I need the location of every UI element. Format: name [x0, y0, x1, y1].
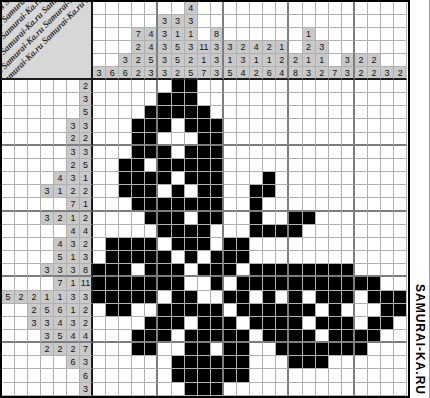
board-cell-empty[interactable] [263, 238, 276, 251]
board-cell-empty[interactable] [198, 291, 211, 304]
board-cell-filled[interactable] [289, 291, 302, 304]
board-cell-empty[interactable] [93, 93, 106, 106]
board-cell-filled[interactable] [172, 80, 185, 93]
board-cell-empty[interactable] [316, 80, 329, 93]
board-cell-empty[interactable] [263, 80, 276, 93]
board-cell-empty[interactable] [381, 80, 394, 93]
board-cell-empty[interactable] [93, 133, 106, 146]
board-cell-empty[interactable] [211, 291, 224, 304]
board-cell-filled[interactable] [132, 343, 145, 356]
board-cell-empty[interactable] [342, 185, 355, 198]
board-cell-filled[interactable] [289, 264, 302, 277]
board-cell-empty[interactable] [276, 172, 289, 185]
board-cell-filled[interactable] [303, 264, 316, 277]
board-cell-empty[interactable] [368, 238, 381, 251]
board-cell-empty[interactable] [185, 212, 198, 225]
board-cell-filled[interactable] [211, 317, 224, 330]
board-cell-empty[interactable] [119, 119, 132, 132]
board-cell-empty[interactable] [342, 383, 355, 396]
board-cell-empty[interactable] [119, 330, 132, 343]
board-cell-empty[interactable] [368, 133, 381, 146]
board-cell-empty[interactable] [394, 264, 407, 277]
board-cell-empty[interactable] [237, 133, 250, 146]
board-cell-filled[interactable] [263, 185, 276, 198]
board-cell-filled[interactable] [93, 291, 106, 304]
board-cell-empty[interactable] [224, 225, 237, 238]
board-cell-empty[interactable] [185, 133, 198, 146]
board-cell-empty[interactable] [263, 159, 276, 172]
board-cell-filled[interactable] [185, 93, 198, 106]
board-cell-empty[interactable] [224, 80, 237, 93]
board-cell-empty[interactable] [224, 106, 237, 119]
board-cell-empty[interactable] [106, 383, 119, 396]
board-cell-filled[interactable] [158, 330, 171, 343]
board-cell-filled[interactable] [303, 277, 316, 290]
board-cell-filled[interactable] [172, 212, 185, 225]
board-cell-empty[interactable] [250, 238, 263, 251]
board-cell-empty[interactable] [316, 238, 329, 251]
board-cell-empty[interactable] [93, 304, 106, 317]
board-cell-empty[interactable] [276, 383, 289, 396]
board-cell-filled[interactable] [119, 159, 132, 172]
board-cell-empty[interactable] [119, 343, 132, 356]
board-cell-empty[interactable] [132, 264, 145, 277]
board-cell-empty[interactable] [145, 159, 158, 172]
board-cell-filled[interactable] [158, 251, 171, 264]
board-cell-empty[interactable] [276, 238, 289, 251]
board-cell-empty[interactable] [394, 225, 407, 238]
board-cell-empty[interactable] [250, 159, 263, 172]
board-cell-empty[interactable] [93, 146, 106, 159]
board-cell-filled[interactable] [276, 317, 289, 330]
board-cell-empty[interactable] [381, 356, 394, 369]
board-cell-filled[interactable] [119, 185, 132, 198]
board-cell-filled[interactable] [93, 277, 106, 290]
board-cell-filled[interactable] [93, 264, 106, 277]
board-cell-empty[interactable] [394, 238, 407, 251]
board-cell-empty[interactable] [237, 198, 250, 211]
board-cell-filled[interactable] [132, 277, 145, 290]
board-cell-filled[interactable] [119, 251, 132, 264]
board-cell-filled[interactable] [198, 317, 211, 330]
board-cell-empty[interactable] [381, 225, 394, 238]
board-cell-empty[interactable] [250, 291, 263, 304]
board-cell-empty[interactable] [303, 80, 316, 93]
board-cell-filled[interactable] [185, 146, 198, 159]
board-cell-filled[interactable] [303, 212, 316, 225]
board-cell-empty[interactable] [342, 212, 355, 225]
board-cell-empty[interactable] [289, 146, 302, 159]
board-cell-empty[interactable] [329, 198, 342, 211]
board-cell-empty[interactable] [381, 369, 394, 382]
board-cell-empty[interactable] [289, 369, 302, 382]
board-cell-empty[interactable] [368, 93, 381, 106]
board-cell-empty[interactable] [224, 172, 237, 185]
board-cell-empty[interactable] [106, 80, 119, 93]
board-cell-empty[interactable] [106, 172, 119, 185]
board-cell-empty[interactable] [355, 159, 368, 172]
board-cell-empty[interactable] [119, 198, 132, 211]
board-cell-empty[interactable] [172, 146, 185, 159]
board-cell-filled[interactable] [185, 238, 198, 251]
board-cell-empty[interactable] [355, 304, 368, 317]
board-cell-filled[interactable] [158, 304, 171, 317]
board-cell-empty[interactable] [394, 106, 407, 119]
board-cell-filled[interactable] [237, 330, 250, 343]
board-cell-empty[interactable] [224, 119, 237, 132]
board-cell-empty[interactable] [289, 185, 302, 198]
board-cell-filled[interactable] [316, 356, 329, 369]
board-cell-empty[interactable] [368, 225, 381, 238]
board-cell-empty[interactable] [276, 251, 289, 264]
board-cell-filled[interactable] [224, 264, 237, 277]
board-cell-empty[interactable] [106, 198, 119, 211]
board-cell-empty[interactable] [132, 304, 145, 317]
board-cell-filled[interactable] [316, 264, 329, 277]
board-cell-filled[interactable] [289, 225, 302, 238]
board-cell-empty[interactable] [289, 93, 302, 106]
board-cell-empty[interactable] [355, 93, 368, 106]
board-cell-empty[interactable] [368, 185, 381, 198]
board-cell-empty[interactable] [276, 185, 289, 198]
board-cell-filled[interactable] [158, 172, 171, 185]
board-cell-empty[interactable] [394, 185, 407, 198]
board-cell-empty[interactable] [93, 369, 106, 382]
board-cell-filled[interactable] [329, 304, 342, 317]
board-cell-empty[interactable] [342, 225, 355, 238]
board-cell-filled[interactable] [237, 251, 250, 264]
board-cell-filled[interactable] [119, 238, 132, 251]
board-cell-empty[interactable] [185, 264, 198, 277]
board-cell-filled[interactable] [172, 277, 185, 290]
board-cell-filled[interactable] [145, 251, 158, 264]
board-cell-empty[interactable] [93, 198, 106, 211]
board-cell-empty[interactable] [381, 383, 394, 396]
board-cell-filled[interactable] [198, 383, 211, 396]
board-cell-empty[interactable] [237, 172, 250, 185]
board-cell-filled[interactable] [172, 291, 185, 304]
board-cell-empty[interactable] [211, 238, 224, 251]
board-cell-filled[interactable] [381, 317, 394, 330]
board-cell-filled[interactable] [381, 291, 394, 304]
board-cell-empty[interactable] [303, 172, 316, 185]
board-cell-empty[interactable] [119, 317, 132, 330]
board-cell-filled[interactable] [158, 317, 171, 330]
board-cell-empty[interactable] [355, 291, 368, 304]
board-cell-filled[interactable] [185, 172, 198, 185]
board-cell-empty[interactable] [145, 304, 158, 317]
board-cell-empty[interactable] [250, 369, 263, 382]
board-cell-filled[interactable] [211, 146, 224, 159]
board-cell-filled[interactable] [394, 304, 407, 317]
board-cell-empty[interactable] [368, 80, 381, 93]
board-cell-empty[interactable] [381, 198, 394, 211]
board-cell-filled[interactable] [119, 277, 132, 290]
board-cell-empty[interactable] [93, 172, 106, 185]
board-cell-empty[interactable] [303, 383, 316, 396]
board-cell-filled[interactable] [303, 304, 316, 317]
board-cell-empty[interactable] [381, 93, 394, 106]
board-cell-filled[interactable] [276, 264, 289, 277]
board-cell-filled[interactable] [250, 198, 263, 211]
board-cell-empty[interactable] [263, 146, 276, 159]
board-cell-empty[interactable] [93, 225, 106, 238]
board-cell-filled[interactable] [185, 225, 198, 238]
board-cell-empty[interactable] [303, 119, 316, 132]
board-cell-filled[interactable] [355, 277, 368, 290]
board-cell-filled[interactable] [224, 317, 237, 330]
board-cell-empty[interactable] [368, 369, 381, 382]
board-cell-empty[interactable] [93, 119, 106, 132]
board-cell-filled[interactable] [276, 330, 289, 343]
board-cell-empty[interactable] [132, 317, 145, 330]
board-cell-empty[interactable] [329, 106, 342, 119]
board-cell-filled[interactable] [394, 291, 407, 304]
board-cell-empty[interactable] [394, 330, 407, 343]
board-cell-empty[interactable] [211, 343, 224, 356]
board-cell-filled[interactable] [158, 264, 171, 277]
board-cell-empty[interactable] [355, 212, 368, 225]
board-cell-filled[interactable] [211, 304, 224, 317]
board-cell-empty[interactable] [342, 238, 355, 251]
board-cell-empty[interactable] [394, 93, 407, 106]
board-cell-empty[interactable] [342, 356, 355, 369]
board-cell-empty[interactable] [289, 159, 302, 172]
board-cell-filled[interactable] [185, 291, 198, 304]
board-cell-filled[interactable] [198, 159, 211, 172]
board-cell-empty[interactable] [224, 383, 237, 396]
board-cell-empty[interactable] [132, 93, 145, 106]
board-cell-empty[interactable] [276, 146, 289, 159]
board-cell-empty[interactable] [250, 93, 263, 106]
board-cell-filled[interactable] [263, 291, 276, 304]
board-cell-filled[interactable] [237, 369, 250, 382]
board-cell-empty[interactable] [172, 330, 185, 343]
board-cell-empty[interactable] [303, 369, 316, 382]
board-cell-filled[interactable] [368, 330, 381, 343]
board-cell-filled[interactable] [185, 369, 198, 382]
board-cell-filled[interactable] [355, 330, 368, 343]
board-cell-empty[interactable] [145, 80, 158, 93]
board-cell-empty[interactable] [368, 264, 381, 277]
board-cell-empty[interactable] [355, 356, 368, 369]
board-cell-empty[interactable] [368, 343, 381, 356]
board-cell-empty[interactable] [185, 317, 198, 330]
board-cell-filled[interactable] [145, 317, 158, 330]
board-cell-empty[interactable] [93, 185, 106, 198]
board-cell-filled[interactable] [172, 185, 185, 198]
board-cell-filled[interactable] [289, 317, 302, 330]
board-cell-filled[interactable] [158, 198, 171, 211]
board-cell-empty[interactable] [303, 198, 316, 211]
board-cell-filled[interactable] [198, 225, 211, 238]
board-cell-empty[interactable] [303, 133, 316, 146]
board-cell-empty[interactable] [316, 172, 329, 185]
board-cell-filled[interactable] [342, 330, 355, 343]
board-cell-filled[interactable] [211, 159, 224, 172]
board-cell-empty[interactable] [329, 369, 342, 382]
board-cell-filled[interactable] [237, 356, 250, 369]
board-cell-empty[interactable] [276, 159, 289, 172]
board-cell-empty[interactable] [329, 93, 342, 106]
board-cell-filled[interactable] [224, 291, 237, 304]
board-cell-empty[interactable] [355, 198, 368, 211]
board-cell-empty[interactable] [303, 251, 316, 264]
board-cell-filled[interactable] [172, 225, 185, 238]
board-cell-empty[interactable] [106, 159, 119, 172]
board-cell-filled[interactable] [211, 185, 224, 198]
board-cell-filled[interactable] [158, 146, 171, 159]
board-cell-filled[interactable] [132, 172, 145, 185]
board-cell-empty[interactable] [263, 119, 276, 132]
board-cell-empty[interactable] [381, 212, 394, 225]
board-cell-empty[interactable] [329, 172, 342, 185]
board-cell-empty[interactable] [198, 93, 211, 106]
board-cell-empty[interactable] [303, 291, 316, 304]
board-cell-filled[interactable] [172, 264, 185, 277]
board-cell-empty[interactable] [250, 133, 263, 146]
board-cell-filled[interactable] [342, 264, 355, 277]
board-cell-filled[interactable] [342, 343, 355, 356]
board-cell-filled[interactable] [119, 291, 132, 304]
board-cell-empty[interactable] [316, 159, 329, 172]
board-cell-empty[interactable] [342, 106, 355, 119]
board-cell-empty[interactable] [145, 93, 158, 106]
board-cell-empty[interactable] [303, 238, 316, 251]
board-cell-filled[interactable] [172, 317, 185, 330]
board-cell-filled[interactable] [276, 304, 289, 317]
board-cell-filled[interactable] [172, 106, 185, 119]
board-cell-empty[interactable] [355, 133, 368, 146]
board-cell-filled[interactable] [224, 238, 237, 251]
board-cell-filled[interactable] [145, 264, 158, 277]
board-cell-filled[interactable] [211, 383, 224, 396]
board-cell-empty[interactable] [355, 264, 368, 277]
board-cell-empty[interactable] [250, 330, 263, 343]
board-cell-empty[interactable] [119, 146, 132, 159]
board-cell-filled[interactable] [172, 356, 185, 369]
board-cell-filled[interactable] [211, 264, 224, 277]
board-cell-empty[interactable] [224, 159, 237, 172]
board-cell-empty[interactable] [224, 133, 237, 146]
board-cell-empty[interactable] [250, 146, 263, 159]
board-cell-empty[interactable] [342, 93, 355, 106]
board-cell-filled[interactable] [119, 172, 132, 185]
board-cell-filled[interactable] [316, 343, 329, 356]
board-cell-filled[interactable] [172, 93, 185, 106]
board-cell-filled[interactable] [185, 343, 198, 356]
board-cell-empty[interactable] [381, 277, 394, 290]
board-cell-empty[interactable] [158, 383, 171, 396]
board-cell-filled[interactable] [289, 277, 302, 290]
board-cell-filled[interactable] [132, 185, 145, 198]
board-cell-empty[interactable] [198, 80, 211, 93]
board-cell-empty[interactable] [276, 198, 289, 211]
board-cell-empty[interactable] [329, 185, 342, 198]
board-cell-empty[interactable] [106, 146, 119, 159]
board-cell-filled[interactable] [106, 238, 119, 251]
board-cell-empty[interactable] [394, 159, 407, 172]
board-cell-filled[interactable] [276, 343, 289, 356]
board-cell-empty[interactable] [106, 93, 119, 106]
board-cell-empty[interactable] [342, 304, 355, 317]
board-cell-empty[interactable] [394, 317, 407, 330]
board-cell-filled[interactable] [237, 291, 250, 304]
board-cell-filled[interactable] [198, 369, 211, 382]
board-cell-empty[interactable] [119, 133, 132, 146]
board-cell-filled[interactable] [132, 291, 145, 304]
board-cell-filled[interactable] [145, 172, 158, 185]
board-cell-empty[interactable] [132, 369, 145, 382]
board-cell-empty[interactable] [342, 369, 355, 382]
board-cell-empty[interactable] [237, 383, 250, 396]
board-cell-empty[interactable] [224, 198, 237, 211]
board-cell-empty[interactable] [355, 225, 368, 238]
board-cell-filled[interactable] [198, 343, 211, 356]
board-cell-empty[interactable] [329, 356, 342, 369]
board-cell-empty[interactable] [172, 119, 185, 132]
board-cell-filled[interactable] [185, 198, 198, 211]
board-cell-empty[interactable] [289, 383, 302, 396]
board-cell-empty[interactable] [93, 106, 106, 119]
board-cell-empty[interactable] [289, 106, 302, 119]
board-cell-filled[interactable] [198, 133, 211, 146]
board-cell-filled[interactable] [158, 106, 171, 119]
board-cell-empty[interactable] [329, 80, 342, 93]
board-cell-filled[interactable] [263, 317, 276, 330]
board-cell-empty[interactable] [106, 369, 119, 382]
board-cell-empty[interactable] [250, 119, 263, 132]
board-cell-empty[interactable] [250, 80, 263, 93]
board-cell-empty[interactable] [329, 251, 342, 264]
board-cell-empty[interactable] [224, 212, 237, 225]
board-cell-filled[interactable] [316, 277, 329, 290]
board-cell-empty[interactable] [394, 251, 407, 264]
board-cell-empty[interactable] [276, 133, 289, 146]
board-cell-filled[interactable] [198, 356, 211, 369]
board-cell-empty[interactable] [158, 291, 171, 304]
board-cell-empty[interactable] [355, 317, 368, 330]
board-cell-filled[interactable] [119, 264, 132, 277]
board-cell-filled[interactable] [145, 212, 158, 225]
board-cell-filled[interactable] [145, 291, 158, 304]
board-cell-empty[interactable] [93, 80, 106, 93]
board-cell-empty[interactable] [303, 106, 316, 119]
board-cell-filled[interactable] [329, 330, 342, 343]
board-cell-empty[interactable] [289, 251, 302, 264]
board-cell-filled[interactable] [158, 225, 171, 238]
board-cell-empty[interactable] [368, 356, 381, 369]
board-cell-empty[interactable] [381, 185, 394, 198]
board-cell-empty[interactable] [342, 159, 355, 172]
board-cell-empty[interactable] [276, 356, 289, 369]
board-cell-filled[interactable] [289, 343, 302, 356]
board-cell-filled[interactable] [355, 343, 368, 356]
board-cell-filled[interactable] [145, 106, 158, 119]
board-cell-filled[interactable] [276, 225, 289, 238]
board-cell-empty[interactable] [289, 133, 302, 146]
board-cell-empty[interactable] [224, 146, 237, 159]
board-cell-empty[interactable] [329, 383, 342, 396]
board-cell-empty[interactable] [224, 185, 237, 198]
board-cell-empty[interactable] [316, 369, 329, 382]
board-cell-empty[interactable] [93, 212, 106, 225]
board-cell-empty[interactable] [303, 225, 316, 238]
board-cell-empty[interactable] [237, 119, 250, 132]
board-cell-filled[interactable] [132, 198, 145, 211]
board-cell-empty[interactable] [237, 225, 250, 238]
board-cell-filled[interactable] [132, 330, 145, 343]
